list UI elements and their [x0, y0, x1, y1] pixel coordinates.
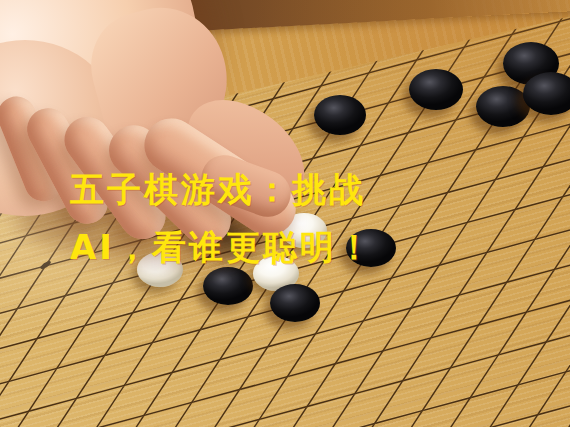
- caption-line-2: AI，看谁更聪明！: [70, 218, 374, 276]
- black-stone: [523, 72, 570, 115]
- black-stone: [409, 69, 463, 110]
- caption-line-1: 五子棋游戏：挑战: [70, 160, 374, 218]
- gomoku-photo-scene: 五子棋游戏：挑战 AI，看谁更聪明！: [0, 0, 570, 427]
- black-stone: [314, 95, 366, 135]
- black-stone: [270, 284, 320, 322]
- caption-text: 五子棋游戏：挑战 AI，看谁更聪明！: [70, 160, 374, 276]
